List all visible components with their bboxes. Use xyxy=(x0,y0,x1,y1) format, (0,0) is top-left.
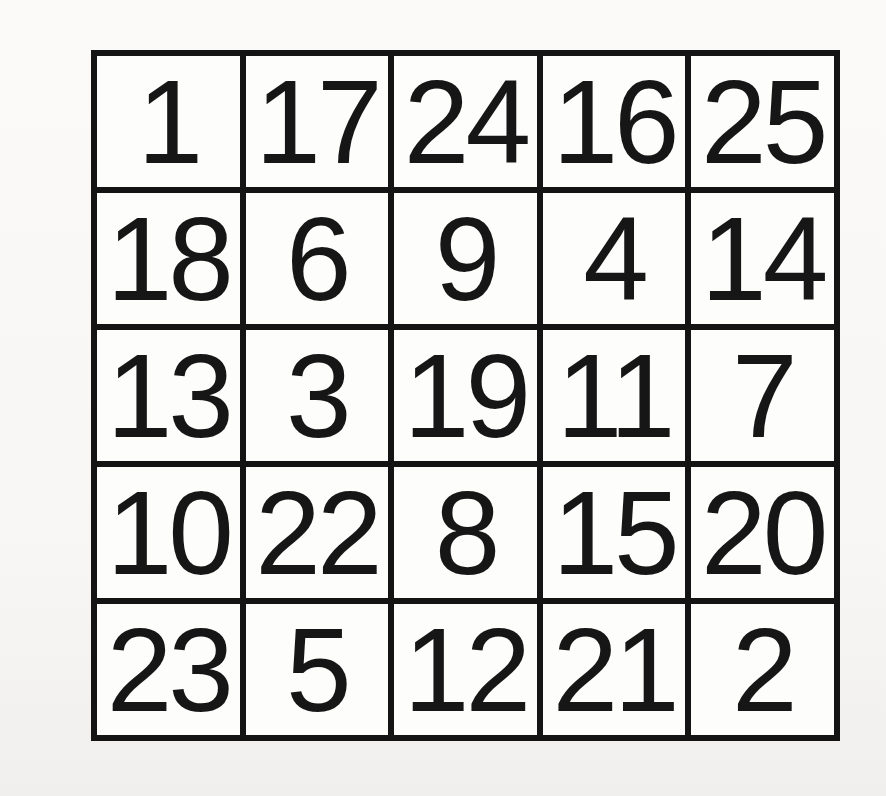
cell-r3c3[interactable]: 19 xyxy=(394,330,537,461)
cell-r4c1[interactable]: 10 xyxy=(97,467,240,598)
cell-r5c5[interactable]: 2 xyxy=(691,604,834,735)
cell-r4c3[interactable]: 8 xyxy=(394,467,537,598)
cell-r2c2[interactable]: 6 xyxy=(246,193,389,324)
cell-r5c4[interactable]: 21 xyxy=(543,604,686,735)
cell-r2c4[interactable]: 4 xyxy=(543,193,686,324)
cell-r3c5[interactable]: 7 xyxy=(691,330,834,461)
cell-r3c4[interactable]: 11 xyxy=(543,330,686,461)
cell-r2c3[interactable]: 9 xyxy=(394,193,537,324)
board-grid: 1172416251869414133191171022815202351221… xyxy=(97,56,834,735)
cell-r4c5[interactable]: 20 xyxy=(691,467,834,598)
cell-r4c4[interactable]: 15 xyxy=(543,467,686,598)
cell-r1c1[interactable]: 1 xyxy=(97,56,240,187)
cell-r4c2[interactable]: 22 xyxy=(246,467,389,598)
cell-r1c4[interactable]: 16 xyxy=(543,56,686,187)
cell-r5c2[interactable]: 5 xyxy=(246,604,389,735)
cell-r5c1[interactable]: 23 xyxy=(97,604,240,735)
cell-r3c2[interactable]: 3 xyxy=(246,330,389,461)
page: { "game": "Schulte table (5x5 attention-… xyxy=(0,0,886,796)
cell-r1c3[interactable]: 24 xyxy=(394,56,537,187)
cell-r1c5[interactable]: 25 xyxy=(691,56,834,187)
cell-r1c2[interactable]: 17 xyxy=(246,56,389,187)
cell-r2c5[interactable]: 14 xyxy=(691,193,834,324)
cell-r5c3[interactable]: 12 xyxy=(394,604,537,735)
cell-r3c1[interactable]: 13 xyxy=(97,330,240,461)
cell-r2c1[interactable]: 18 xyxy=(97,193,240,324)
schulte-table-board: 1172416251869414133191171022815202351221… xyxy=(91,50,840,741)
